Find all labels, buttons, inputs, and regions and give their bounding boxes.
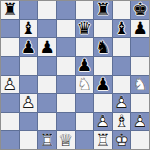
square-a3[interactable] <box>1 94 19 112</box>
black-pawn-icon[interactable]: ♟ <box>38 38 56 56</box>
square-d4[interactable] <box>57 76 75 94</box>
square-h8[interactable]: ♚ <box>131 1 149 19</box>
square-h3[interactable] <box>131 94 149 112</box>
square-c1[interactable]: ♜♖ <box>38 131 56 149</box>
square-c4[interactable] <box>38 76 56 94</box>
square-a2[interactable] <box>1 113 19 131</box>
white-pawn-icon[interactable]: ♟♙ <box>20 94 38 112</box>
square-h4[interactable]: ♞♘ <box>131 76 149 94</box>
square-h6[interactable] <box>131 38 149 56</box>
square-a6[interactable] <box>1 38 19 56</box>
white-pawn-icon[interactable]: ♟♙ <box>94 113 112 131</box>
square-b5[interactable] <box>20 57 38 75</box>
square-f7[interactable] <box>94 20 112 38</box>
square-c7[interactable] <box>38 20 56 38</box>
square-g7[interactable]: ♝ <box>113 20 131 38</box>
white-pawn-icon[interactable]: ♟♙ <box>113 94 131 112</box>
square-c8[interactable] <box>38 1 56 19</box>
piece-outline: ♙ <box>20 94 38 112</box>
square-f3[interactable] <box>94 94 112 112</box>
square-d3[interactable] <box>57 94 75 112</box>
piece-outline: ♙ <box>131 113 149 131</box>
square-c5[interactable] <box>38 57 56 75</box>
square-e4[interactable]: ♞♘ <box>76 76 94 94</box>
square-d7[interactable] <box>57 20 75 38</box>
square-b4[interactable] <box>20 76 38 94</box>
square-b7[interactable]: ♝ <box>20 20 38 38</box>
black-bishop-icon[interactable]: ♝ <box>113 20 131 38</box>
square-d2[interactable] <box>57 113 75 131</box>
square-a1[interactable] <box>1 131 19 149</box>
square-f1[interactable]: ♜♖ <box>94 131 112 149</box>
square-h1[interactable] <box>131 131 149 149</box>
square-d5[interactable] <box>57 57 75 75</box>
square-a7[interactable] <box>1 20 19 38</box>
square-g3[interactable]: ♟♙ <box>113 94 131 112</box>
black-knight-icon[interactable]: ♞ <box>94 38 112 56</box>
square-b6[interactable]: ♟ <box>20 38 38 56</box>
black-pawn-icon[interactable]: ♟ <box>94 76 112 94</box>
square-e1[interactable] <box>76 131 94 149</box>
square-e2[interactable] <box>76 113 94 131</box>
square-f2[interactable]: ♟♙ <box>94 113 112 131</box>
piece-outline: ♙ <box>94 113 112 131</box>
square-e5[interactable]: ♟ <box>76 57 94 75</box>
piece-outline: ♗ <box>113 113 131 131</box>
square-g5[interactable] <box>113 57 131 75</box>
black-pawn-icon[interactable]: ♟ <box>20 38 38 56</box>
piece-outline: ♔ <box>113 131 131 149</box>
square-g6[interactable] <box>113 38 131 56</box>
square-f5[interactable] <box>94 57 112 75</box>
white-rook-icon[interactable]: ♜♖ <box>94 131 112 149</box>
white-queen-icon[interactable]: ♛♕ <box>57 131 75 149</box>
piece-outline: ♖ <box>38 131 56 149</box>
square-g2[interactable]: ♝♗ <box>113 113 131 131</box>
square-a5[interactable] <box>1 57 19 75</box>
piece-outline: ♘ <box>76 76 94 94</box>
piece-outline: ♕ <box>57 131 75 149</box>
square-a8[interactable]: ♜ <box>1 1 19 19</box>
black-king-icon[interactable]: ♚ <box>131 1 149 19</box>
square-d6[interactable] <box>57 38 75 56</box>
square-e8[interactable] <box>76 1 94 19</box>
square-d8[interactable] <box>57 1 75 19</box>
square-g4[interactable] <box>113 76 131 94</box>
white-pawn-icon[interactable]: ♟♙ <box>1 76 19 94</box>
piece-outline: ♘ <box>131 76 149 94</box>
black-pawn-icon[interactable]: ♟ <box>131 20 149 38</box>
black-rook-icon[interactable]: ♜ <box>94 1 112 19</box>
square-e6[interactable] <box>76 38 94 56</box>
square-a4[interactable]: ♟♙ <box>1 76 19 94</box>
square-e3[interactable] <box>76 94 94 112</box>
square-g8[interactable] <box>113 1 131 19</box>
square-h2[interactable]: ♟♙ <box>131 113 149 131</box>
piece-outline: ♙ <box>113 94 131 112</box>
square-b2[interactable] <box>20 113 38 131</box>
square-h5[interactable] <box>131 57 149 75</box>
chess-board: ♜♜♚♝♛♝♟♟♟♞♟♟♙♞♘♟♞♘♟♙♟♙♟♙♝♗♟♙♜♖♛♕♜♖♚♔ <box>0 0 150 150</box>
square-f6[interactable]: ♞ <box>94 38 112 56</box>
white-bishop-icon[interactable]: ♝♗ <box>113 113 131 131</box>
piece-outline: ♖ <box>94 131 112 149</box>
white-pawn-icon[interactable]: ♟♙ <box>131 113 149 131</box>
white-rook-icon[interactable]: ♜♖ <box>38 131 56 149</box>
square-h7[interactable]: ♟ <box>131 20 149 38</box>
white-knight-icon[interactable]: ♞♘ <box>131 76 149 94</box>
piece-outline: ♙ <box>1 76 19 94</box>
square-b8[interactable] <box>20 1 38 19</box>
square-e7[interactable]: ♛ <box>76 20 94 38</box>
black-bishop-icon[interactable]: ♝ <box>20 20 38 38</box>
square-b1[interactable] <box>20 131 38 149</box>
square-f8[interactable]: ♜ <box>94 1 112 19</box>
square-c6[interactable]: ♟ <box>38 38 56 56</box>
black-pawn-icon[interactable]: ♟ <box>76 57 94 75</box>
square-c2[interactable] <box>38 113 56 131</box>
square-c3[interactable] <box>38 94 56 112</box>
white-king-icon[interactable]: ♚♔ <box>113 131 131 149</box>
square-b3[interactable]: ♟♙ <box>20 94 38 112</box>
square-f4[interactable]: ♟ <box>94 76 112 94</box>
black-rook-icon[interactable]: ♜ <box>1 1 19 19</box>
square-d1[interactable]: ♛♕ <box>57 131 75 149</box>
white-knight-icon[interactable]: ♞♘ <box>76 76 94 94</box>
square-g1[interactable]: ♚♔ <box>113 131 131 149</box>
black-queen-icon[interactable]: ♛ <box>76 20 94 38</box>
